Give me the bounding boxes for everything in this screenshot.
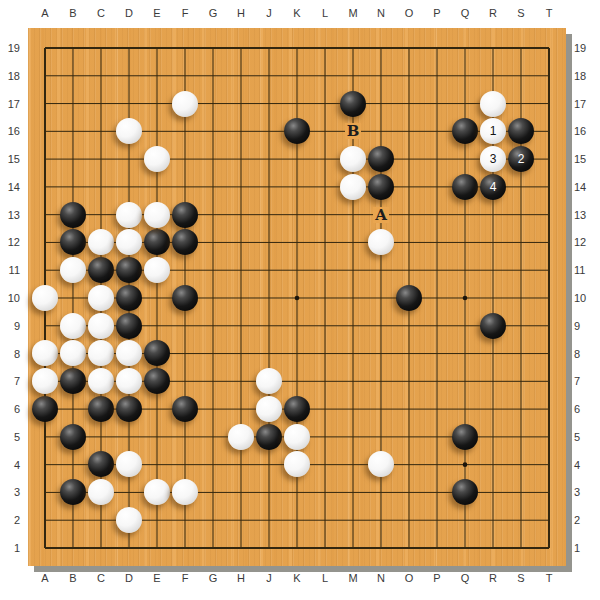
stone-glyph: ●: [88, 340, 114, 366]
white-stone[interactable]: ●: [59, 312, 87, 340]
stone-glyph: ●: [368, 229, 394, 255]
black-stone[interactable]: ●: [115, 256, 143, 284]
stone-glyph: ●: [172, 91, 198, 117]
stone-glyph: ●: [368, 451, 394, 477]
coordinate-label: M: [339, 571, 367, 585]
coordinate-label: 19: [574, 41, 598, 55]
coordinate-label: P: [423, 6, 451, 20]
black-stone[interactable]: ●: [87, 256, 115, 284]
stone-glyph: ●: [60, 424, 86, 450]
stone-glyph: ●: [116, 257, 142, 283]
coordinate-label: 6: [574, 402, 598, 416]
stone-glyph: ●: [508, 146, 534, 172]
black-stone[interactable]: ●: [59, 367, 87, 395]
coordinate-label: 18: [0, 69, 20, 83]
black-stone[interactable]: ●: [171, 395, 199, 423]
black-stone[interactable]: ●: [479, 312, 507, 340]
black-stone[interactable]: ●: [339, 90, 367, 118]
stone-glyph: ●: [60, 368, 86, 394]
stone-grid: ●●●●●●2●●●4●●●●●●●●●●●●●●●●●●●●●●●●●●●●●…: [31, 34, 563, 562]
coordinate-label: 14: [0, 180, 20, 194]
stone-glyph: ●: [340, 91, 366, 117]
stone-glyph: ●: [452, 118, 478, 144]
coordinate-label: 9: [574, 319, 598, 333]
white-stone[interactable]: ●: [87, 228, 115, 256]
stone-glyph: ●: [144, 146, 170, 172]
stone-glyph: ●: [116, 340, 142, 366]
coordinate-label: H: [227, 571, 255, 585]
coordinate-label: 12: [0, 235, 20, 249]
white-stone[interactable]: ●: [115, 228, 143, 256]
coordinate-label: 2: [0, 513, 20, 527]
stone-glyph: ●: [32, 285, 58, 311]
go-diagram: ●●●●●●2●●●4●●●●●●●●●●●●●●●●●●●●●●●●●●●●●…: [0, 0, 600, 600]
white-stone[interactable]: ●: [171, 90, 199, 118]
white-stone[interactable]: ●: [479, 90, 507, 118]
coordinate-label: 12: [574, 235, 598, 249]
coordinate-label: 4: [574, 458, 598, 472]
coordinate-label: G: [199, 571, 227, 585]
coordinate-label: S: [507, 6, 535, 20]
black-stone[interactable]: ●: [87, 451, 115, 479]
coordinate-label: 3: [0, 485, 20, 499]
stone-glyph: ●: [256, 368, 282, 394]
stone-glyph: ●: [480, 174, 506, 200]
coordinate-label: A: [31, 571, 59, 585]
stone-glyph: ●: [256, 424, 282, 450]
white-stone[interactable]: ●: [143, 201, 171, 229]
coordinate-label: F: [171, 6, 199, 20]
stone-glyph: ●: [60, 479, 86, 505]
coordinate-label: 8: [0, 347, 20, 361]
stone-glyph: ●: [284, 118, 310, 144]
coordinate-label: 14: [574, 180, 598, 194]
stone-glyph: ●: [88, 229, 114, 255]
stone-glyph: ●: [32, 396, 58, 422]
coordinate-label: Q: [451, 571, 479, 585]
black-stone[interactable]: ●: [59, 423, 87, 451]
coordinate-label: 19: [0, 41, 20, 55]
stone-glyph: ●: [116, 507, 142, 533]
point-label-a[interactable]: A: [367, 201, 395, 229]
stone-glyph: ●: [60, 229, 86, 255]
coordinate-label: K: [283, 571, 311, 585]
white-stone[interactable]: ●: [115, 117, 143, 145]
coordinate-label: J: [255, 571, 283, 585]
white-stone[interactable]: ●: [115, 451, 143, 479]
stone-glyph: ●: [116, 451, 142, 477]
point-label-text: B: [345, 123, 362, 139]
coordinate-label: 4: [0, 458, 20, 472]
black-stone[interactable]: ●: [451, 423, 479, 451]
black-stone[interactable]: ●: [115, 312, 143, 340]
coordinate-label: T: [535, 6, 563, 20]
stone-glyph: ●: [144, 202, 170, 228]
coordinate-label: 5: [574, 430, 598, 444]
coordinate-label: S: [507, 571, 535, 585]
black-stone[interactable]: ●: [171, 284, 199, 312]
stone-glyph: ●: [480, 91, 506, 117]
white-stone[interactable]: ●: [115, 367, 143, 395]
coordinate-label: J: [255, 6, 283, 20]
white-stone[interactable]: ●: [59, 256, 87, 284]
coordinate-label: M: [339, 6, 367, 20]
coordinate-label: 10: [574, 291, 598, 305]
white-stone[interactable]: ●: [115, 201, 143, 229]
coordinate-label: 7: [0, 374, 20, 388]
stone-glyph: ●: [88, 257, 114, 283]
stone-glyph: ●: [144, 340, 170, 366]
coordinate-label: 16: [574, 124, 598, 138]
coordinate-label: A: [31, 6, 59, 20]
stone-glyph: ●: [172, 479, 198, 505]
coordinate-label: E: [143, 6, 171, 20]
stone-glyph: ●: [480, 146, 506, 172]
coordinate-label: Q: [451, 6, 479, 20]
black-stone[interactable]: ●2: [507, 145, 535, 173]
white-stone[interactable]: ●: [283, 423, 311, 451]
coordinate-label: 17: [574, 97, 598, 111]
coordinate-label: D: [115, 6, 143, 20]
black-stone[interactable]: ●: [115, 395, 143, 423]
coordinate-label: K: [283, 6, 311, 20]
black-stone[interactable]: ●: [451, 173, 479, 201]
black-stone[interactable]: ●: [451, 478, 479, 506]
stone-glyph: ●: [452, 479, 478, 505]
white-stone[interactable]: ●: [283, 451, 311, 479]
white-stone[interactable]: ●: [31, 340, 59, 368]
coordinate-label: T: [535, 571, 563, 585]
white-stone[interactable]: ●3: [479, 145, 507, 173]
stone-glyph: ●: [172, 396, 198, 422]
white-stone[interactable]: ●: [87, 367, 115, 395]
stone-glyph: ●: [284, 451, 310, 477]
white-stone[interactable]: ●: [87, 478, 115, 506]
coordinate-label: P: [423, 571, 451, 585]
stone-glyph: ●: [116, 396, 142, 422]
white-stone[interactable]: ●: [143, 478, 171, 506]
black-stone[interactable]: ●: [255, 423, 283, 451]
stone-glyph: ●: [340, 174, 366, 200]
black-stone[interactable]: ●4: [479, 173, 507, 201]
stone-glyph: ●: [88, 479, 114, 505]
coordinate-label: L: [311, 571, 339, 585]
white-stone[interactable]: ●: [255, 395, 283, 423]
stone-glyph: ●: [116, 368, 142, 394]
coordinate-label: 13: [574, 208, 598, 222]
white-stone[interactable]: ●: [59, 340, 87, 368]
coordinate-label: 1: [0, 541, 20, 555]
stone-glyph: ●: [60, 313, 86, 339]
coordinate-label: O: [395, 571, 423, 585]
coordinate-label: O: [395, 6, 423, 20]
black-stone[interactable]: ●: [395, 284, 423, 312]
coordinate-label: E: [143, 571, 171, 585]
coordinate-label: G: [199, 6, 227, 20]
stone-glyph: ●: [88, 313, 114, 339]
coordinate-label: R: [479, 6, 507, 20]
black-stone[interactable]: ●: [283, 117, 311, 145]
stone-glyph: ●: [88, 396, 114, 422]
coordinate-label: L: [311, 6, 339, 20]
white-stone[interactable]: ●: [87, 340, 115, 368]
coordinate-label: 15: [0, 152, 20, 166]
white-stone[interactable]: ●: [171, 478, 199, 506]
coordinate-label: C: [87, 571, 115, 585]
coordinate-label: 5: [0, 430, 20, 444]
coordinate-label: N: [367, 6, 395, 20]
stone-glyph: ●: [60, 257, 86, 283]
stone-glyph: ●: [368, 174, 394, 200]
white-stone[interactable]: ●: [367, 451, 395, 479]
white-stone[interactable]: ●: [115, 340, 143, 368]
coordinate-label: 6: [0, 402, 20, 416]
stone-glyph: ●: [452, 174, 478, 200]
stone-glyph: ●: [116, 118, 142, 144]
coordinate-label: 1: [574, 541, 598, 555]
stone-glyph: ●: [60, 340, 86, 366]
black-stone[interactable]: ●: [59, 228, 87, 256]
stone-glyph: ●: [256, 396, 282, 422]
black-stone[interactable]: ●: [367, 145, 395, 173]
stone-glyph: ●: [144, 479, 170, 505]
white-stone[interactable]: ●: [143, 256, 171, 284]
stone-glyph: ●: [32, 340, 58, 366]
coordinate-label: 18: [574, 69, 598, 83]
stone-glyph: ●: [88, 451, 114, 477]
coordinate-label: 2: [574, 513, 598, 527]
stone-glyph: ●: [228, 424, 254, 450]
coordinate-label: R: [479, 571, 507, 585]
stone-glyph: ●: [116, 229, 142, 255]
white-stone[interactable]: ●: [255, 367, 283, 395]
black-stone[interactable]: ●: [87, 395, 115, 423]
white-stone[interactable]: ●: [367, 228, 395, 256]
black-stone[interactable]: ●: [59, 478, 87, 506]
coordinate-label: 10: [0, 291, 20, 305]
white-stone[interactable]: ●: [227, 423, 255, 451]
stone-glyph: ●: [172, 202, 198, 228]
stone-glyph: ●: [368, 146, 394, 172]
stone-glyph: ●: [340, 146, 366, 172]
stone-glyph: ●: [396, 285, 422, 311]
stone-glyph: ●: [88, 368, 114, 394]
white-stone[interactable]: ●: [87, 284, 115, 312]
stone-glyph: ●: [284, 396, 310, 422]
coordinate-label: C: [87, 6, 115, 20]
coordinate-label: 11: [0, 263, 20, 277]
stone-glyph: ●: [116, 202, 142, 228]
point-label-b[interactable]: B: [339, 117, 367, 145]
stone-glyph: ●: [284, 424, 310, 450]
white-stone[interactable]: ●: [87, 312, 115, 340]
black-stone[interactable]: ●: [507, 117, 535, 145]
white-stone[interactable]: ●1: [479, 117, 507, 145]
stone-glyph: ●: [508, 118, 534, 144]
black-stone[interactable]: ●: [451, 117, 479, 145]
white-stone[interactable]: ●: [31, 367, 59, 395]
stone-glyph: ●: [480, 313, 506, 339]
stone-glyph: ●: [452, 424, 478, 450]
black-stone[interactable]: ●: [59, 201, 87, 229]
coordinate-label: B: [59, 571, 87, 585]
black-stone[interactable]: ●: [171, 228, 199, 256]
white-stone[interactable]: ●: [143, 145, 171, 173]
black-stone[interactable]: ●: [171, 201, 199, 229]
stone-glyph: ●: [88, 285, 114, 311]
coordinate-label: 9: [0, 319, 20, 333]
white-stone[interactable]: ●: [339, 145, 367, 173]
black-stone[interactable]: ●: [367, 173, 395, 201]
black-stone[interactable]: ●: [115, 284, 143, 312]
point-label-text: A: [373, 207, 389, 223]
stone-glyph: ●: [480, 118, 506, 144]
white-stone[interactable]: ●: [115, 506, 143, 534]
stone-glyph: ●: [144, 229, 170, 255]
coordinate-label: 13: [0, 208, 20, 222]
go-board[interactable]: ●●●●●●2●●●4●●●●●●●●●●●●●●●●●●●●●●●●●●●●●…: [28, 28, 566, 566]
stone-glyph: ●: [116, 285, 142, 311]
stone-glyph: ●: [60, 202, 86, 228]
black-stone[interactable]: ●: [143, 340, 171, 368]
white-stone[interactable]: ●: [339, 173, 367, 201]
coordinate-label: 3: [574, 485, 598, 499]
coordinate-label: 15: [574, 152, 598, 166]
coordinate-label: B: [59, 6, 87, 20]
coordinate-label: D: [115, 571, 143, 585]
stone-glyph: ●: [144, 257, 170, 283]
stone-glyph: ●: [116, 313, 142, 339]
black-stone[interactable]: ●: [143, 228, 171, 256]
coordinate-label: N: [367, 571, 395, 585]
coordinate-label: 16: [0, 124, 20, 138]
coordinate-label: H: [227, 6, 255, 20]
black-stone[interactable]: ●: [283, 395, 311, 423]
stone-glyph: ●: [32, 368, 58, 394]
stone-glyph: ●: [144, 368, 170, 394]
coordinate-label: 17: [0, 97, 20, 111]
black-stone[interactable]: ●: [143, 367, 171, 395]
stone-glyph: ●: [172, 285, 198, 311]
stone-glyph: ●: [172, 229, 198, 255]
black-stone[interactable]: ●: [31, 395, 59, 423]
coordinate-label: F: [171, 571, 199, 585]
coordinate-label: 7: [574, 374, 598, 388]
coordinate-label: 8: [574, 347, 598, 361]
coordinate-label: 11: [574, 263, 598, 277]
white-stone[interactable]: ●: [31, 284, 59, 312]
